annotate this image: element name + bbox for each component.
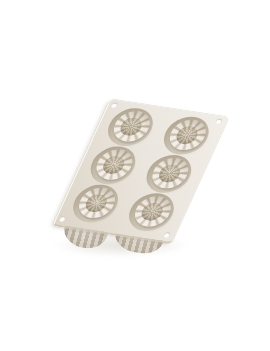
cavity-grid	[59, 103, 223, 235]
cavity-bowl	[117, 116, 145, 137]
cavity-bowl	[139, 201, 167, 222]
mold-cavity	[84, 143, 142, 187]
cavity-bowl	[100, 154, 128, 175]
mold-cavity	[140, 152, 198, 196]
fluted-cup	[129, 194, 176, 229]
mold-cavity	[67, 181, 125, 225]
mold-cavity	[122, 190, 180, 234]
fluted-cup	[73, 185, 120, 220]
fluted-cup	[108, 109, 155, 144]
fluted-cup	[146, 156, 193, 191]
mold-cavity	[157, 113, 215, 157]
product-photo-scene	[0, 0, 270, 351]
mold-cavity	[101, 105, 159, 149]
fluted-cup	[164, 117, 211, 152]
cavity-bowl	[156, 163, 184, 184]
fluted-cup	[91, 147, 138, 182]
mold-tray	[52, 99, 229, 244]
cavity-bowl	[173, 124, 201, 145]
cavity-bowl	[83, 192, 111, 213]
